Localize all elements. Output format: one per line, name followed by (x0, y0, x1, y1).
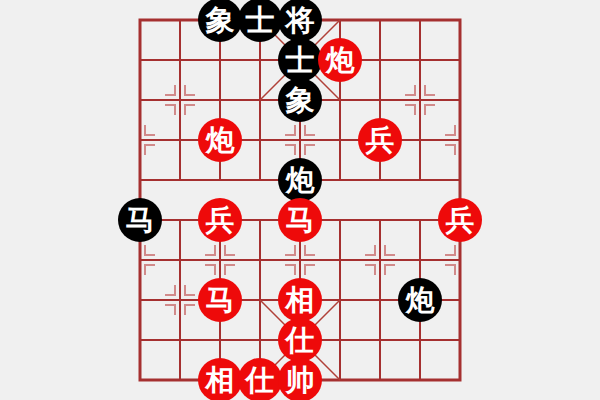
piece-red-elephant[interactable]: 相 (198, 358, 242, 400)
piece-black-general[interactable]: 将 (278, 0, 322, 42)
piece-black-advisor[interactable]: 士 (238, 0, 282, 42)
piece-red-general[interactable]: 帅 (278, 358, 322, 400)
piece-red-cannon[interactable]: 炮 (198, 118, 242, 162)
piece-red-soldier[interactable]: 兵 (198, 198, 242, 242)
piece-black-elephant[interactable]: 象 (278, 78, 322, 122)
piece-red-cannon[interactable]: 炮 (318, 38, 362, 82)
piece-black-elephant[interactable]: 象 (198, 0, 242, 42)
piece-black-cannon[interactable]: 炮 (398, 278, 442, 322)
piece-red-soldier[interactable]: 兵 (358, 118, 402, 162)
piece-black-cannon[interactable]: 炮 (278, 158, 322, 202)
piece-red-advisor[interactable]: 仕 (238, 358, 282, 400)
xiangqi-board[interactable]: 象士将士炮象炮兵炮马兵马兵马相炮仕相仕帅 (120, 0, 480, 400)
xiangqi-app: 象士将士炮象炮兵炮马兵马兵马相炮仕相仕帅 (0, 0, 600, 400)
piece-black-advisor[interactable]: 士 (278, 38, 322, 82)
piece-red-horse[interactable]: 马 (198, 278, 242, 322)
piece-red-horse[interactable]: 马 (278, 198, 322, 242)
piece-red-elephant[interactable]: 相 (278, 278, 322, 322)
piece-red-soldier[interactable]: 兵 (438, 198, 482, 242)
piece-red-advisor[interactable]: 仕 (278, 318, 322, 362)
piece-black-horse[interactable]: 马 (118, 198, 162, 242)
